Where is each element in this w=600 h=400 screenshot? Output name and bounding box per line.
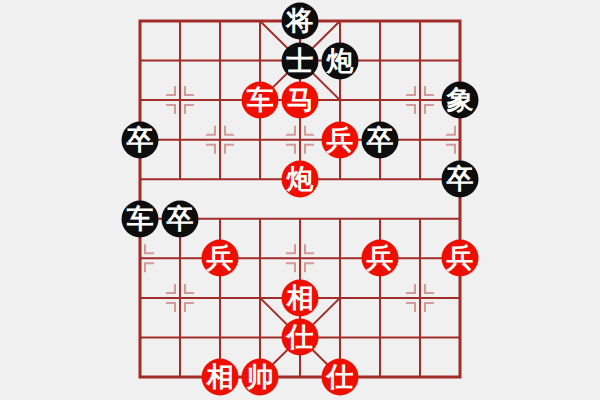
xiangqi-game-screenshot: 将士炮车马象卒兵卒炮卒车卒兵兵兵相仕相帅仕 [0, 0, 600, 400]
piece-black-pawn[interactable]: 卒 [362, 121, 399, 158]
piece-black-pawn[interactable]: 卒 [442, 161, 479, 198]
piece-black-elephant[interactable]: 象 [442, 82, 479, 119]
piece-black-king[interactable]: 将 [282, 3, 319, 40]
piece-red-elephant[interactable]: 相 [202, 359, 239, 396]
piece-black-chariot[interactable]: 车 [122, 200, 159, 237]
piece-black-advisor[interactable]: 士 [282, 42, 319, 79]
piece-red-advisor[interactable]: 仕 [322, 359, 359, 396]
piece-red-elephant[interactable]: 相 [282, 279, 319, 316]
piece-black-pawn[interactable]: 卒 [162, 200, 199, 237]
piece-red-horse[interactable]: 马 [282, 82, 319, 119]
piece-red-pawn[interactable]: 兵 [202, 240, 239, 277]
piece-red-pawn[interactable]: 兵 [442, 240, 479, 277]
piece-red-king[interactable]: 帅 [242, 359, 279, 396]
piece-red-chariot[interactable]: 车 [242, 82, 279, 119]
piece-black-pawn[interactable]: 卒 [122, 121, 159, 158]
piece-red-advisor[interactable]: 仕 [282, 319, 319, 356]
piece-red-cannon[interactable]: 炮 [282, 161, 319, 198]
pieces-layer: 将士炮车马象卒兵卒炮卒车卒兵兵兵相仕相帅仕 [0, 0, 600, 400]
piece-red-pawn[interactable]: 兵 [322, 121, 359, 158]
piece-black-cannon[interactable]: 炮 [322, 42, 359, 79]
piece-red-pawn[interactable]: 兵 [362, 240, 399, 277]
